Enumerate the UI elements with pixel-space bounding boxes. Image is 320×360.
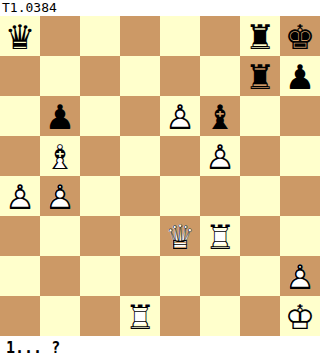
move-prompt-label: 1... ? — [0, 336, 320, 360]
square-g7[interactable]: ♜ — [240, 56, 280, 96]
square-h2[interactable]: ♟♙ — [280, 256, 320, 296]
square-d3[interactable] — [120, 216, 160, 256]
square-h1[interactable]: ♚♔ — [280, 296, 320, 336]
square-g3[interactable] — [240, 216, 280, 256]
square-f7[interactable] — [200, 56, 240, 96]
piece-black-pawn: ♟ — [40, 96, 80, 136]
square-h7[interactable]: ♟ — [280, 56, 320, 96]
square-h4[interactable] — [280, 176, 320, 216]
square-f2[interactable] — [200, 256, 240, 296]
piece-white-pawn: ♙ — [280, 256, 320, 296]
square-d8[interactable] — [120, 16, 160, 56]
square-e7[interactable] — [160, 56, 200, 96]
square-e1[interactable] — [160, 296, 200, 336]
square-g1[interactable] — [240, 296, 280, 336]
square-a6[interactable] — [0, 96, 40, 136]
square-b1[interactable] — [40, 296, 80, 336]
piece-black-king: ♚ — [280, 16, 320, 56]
square-f6[interactable]: ♝ — [200, 96, 240, 136]
square-a8[interactable]: ♛ — [0, 16, 40, 56]
square-e5[interactable] — [160, 136, 200, 176]
square-c2[interactable] — [80, 256, 120, 296]
square-f4[interactable] — [200, 176, 240, 216]
piece-white-pawn: ♙ — [160, 96, 200, 136]
square-e3[interactable]: ♛♕ — [160, 216, 200, 256]
square-g2[interactable] — [240, 256, 280, 296]
square-g5[interactable] — [240, 136, 280, 176]
square-a4[interactable]: ♟♙ — [0, 176, 40, 216]
square-c5[interactable] — [80, 136, 120, 176]
square-c3[interactable] — [80, 216, 120, 256]
square-e2[interactable] — [160, 256, 200, 296]
piece-white-rook: ♖ — [120, 296, 160, 336]
square-b5[interactable]: ♝♗ — [40, 136, 80, 176]
square-b3[interactable] — [40, 216, 80, 256]
square-b7[interactable] — [40, 56, 80, 96]
square-g4[interactable] — [240, 176, 280, 216]
square-d1[interactable]: ♜♖ — [120, 296, 160, 336]
square-h6[interactable] — [280, 96, 320, 136]
piece-white-bishop: ♗ — [40, 136, 80, 176]
square-h8[interactable]: ♚ — [280, 16, 320, 56]
chess-puzzle-page: T1.0384 ♛♜♚♜♟♟♟♙♝♝♗♟♙♟♙♟♙♛♕♜♖♟♙♜♖♚♔ 1...… — [0, 0, 320, 360]
square-c7[interactable] — [80, 56, 120, 96]
square-d4[interactable] — [120, 176, 160, 216]
square-h5[interactable] — [280, 136, 320, 176]
square-b6[interactable]: ♟ — [40, 96, 80, 136]
piece-white-queen: ♕ — [160, 216, 200, 256]
piece-white-pawn: ♙ — [40, 176, 80, 216]
piece-white-pawn: ♙ — [0, 176, 40, 216]
square-c8[interactable] — [80, 16, 120, 56]
square-a1[interactable] — [0, 296, 40, 336]
piece-black-pawn: ♟ — [280, 56, 320, 96]
square-g8[interactable]: ♜ — [240, 16, 280, 56]
piece-black-bishop: ♝ — [200, 96, 240, 136]
square-b8[interactable] — [40, 16, 80, 56]
square-a5[interactable] — [0, 136, 40, 176]
square-f3[interactable]: ♜♖ — [200, 216, 240, 256]
square-d5[interactable] — [120, 136, 160, 176]
chess-board: ♛♜♚♜♟♟♟♙♝♝♗♟♙♟♙♟♙♛♕♜♖♟♙♜♖♚♔ — [0, 16, 320, 336]
square-d6[interactable] — [120, 96, 160, 136]
square-f5[interactable]: ♟♙ — [200, 136, 240, 176]
square-c6[interactable] — [80, 96, 120, 136]
square-a2[interactable] — [0, 256, 40, 296]
piece-white-pawn: ♙ — [200, 136, 240, 176]
square-b2[interactable] — [40, 256, 80, 296]
piece-white-rook: ♖ — [200, 216, 240, 256]
square-e4[interactable] — [160, 176, 200, 216]
square-d2[interactable] — [120, 256, 160, 296]
square-g6[interactable] — [240, 96, 280, 136]
square-b4[interactable]: ♟♙ — [40, 176, 80, 216]
piece-white-king: ♔ — [280, 296, 320, 336]
square-f8[interactable] — [200, 16, 240, 56]
puzzle-id-label: T1.0384 — [0, 0, 320, 16]
piece-black-queen: ♛ — [0, 16, 40, 56]
square-e6[interactable]: ♟♙ — [160, 96, 200, 136]
square-a7[interactable] — [0, 56, 40, 96]
square-c1[interactable] — [80, 296, 120, 336]
square-h3[interactable] — [280, 216, 320, 256]
square-e8[interactable] — [160, 16, 200, 56]
piece-black-rook: ♜ — [240, 56, 280, 96]
piece-black-rook: ♜ — [240, 16, 280, 56]
square-c4[interactable] — [80, 176, 120, 216]
square-a3[interactable] — [0, 216, 40, 256]
square-f1[interactable] — [200, 296, 240, 336]
square-d7[interactable] — [120, 56, 160, 96]
